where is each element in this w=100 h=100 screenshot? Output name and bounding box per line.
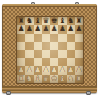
chess-piece-black-p: ♟ xyxy=(75,25,82,33)
board-square xyxy=(67,42,75,50)
chess-piece-black-p: ♟ xyxy=(51,25,58,33)
board-square: ♟ xyxy=(67,25,75,33)
chess-piece-black-p: ♟ xyxy=(42,25,49,33)
chess-board: ♜♞♝♛♚♝♞♜♟♟♟♟♟♟♟♟♟♟♟♟♟♟♟♟♜♞♝♛♚♝♞♜ xyxy=(16,16,84,84)
board-square xyxy=(67,34,75,42)
board-square xyxy=(50,42,58,50)
board-square xyxy=(58,42,66,50)
board-square: ♜ xyxy=(75,75,83,83)
board-square xyxy=(34,34,42,42)
case-top-rim xyxy=(2,4,97,7)
board-square xyxy=(17,42,25,50)
chess-piece-white-q: ♛ xyxy=(42,74,49,82)
chess-piece-white-b: ♝ xyxy=(59,74,66,82)
board-square: ♞ xyxy=(67,75,75,83)
board-square xyxy=(42,34,50,42)
chess-piece-white-n: ♞ xyxy=(26,74,33,82)
board-square: ♟ xyxy=(25,25,33,33)
board-square: ♟ xyxy=(34,25,42,33)
board-square xyxy=(34,50,42,58)
board-square xyxy=(75,42,83,50)
board-square xyxy=(58,50,66,58)
board-square xyxy=(25,42,33,50)
board-square: ♟ xyxy=(75,25,83,33)
board-square xyxy=(58,34,66,42)
board-square xyxy=(42,42,50,50)
board-square: ♝ xyxy=(34,75,42,83)
board-square xyxy=(67,50,75,58)
board-square: ♞ xyxy=(25,75,33,83)
product-photo: ♜♞♝♛♚♝♞♜♟♟♟♟♟♟♟♟♟♟♟♟♟♟♟♟♜♞♝♛♚♝♞♜ xyxy=(0,0,100,100)
board-square xyxy=(50,50,58,58)
chess-piece-white-r: ♜ xyxy=(18,74,25,82)
board-square xyxy=(17,50,25,58)
chess-piece-black-p: ♟ xyxy=(18,25,25,33)
chess-piece-black-p: ♟ xyxy=(67,25,74,33)
board-square: ♜ xyxy=(17,75,25,83)
chess-piece-white-r: ♜ xyxy=(75,74,82,82)
chess-piece-white-n: ♞ xyxy=(67,74,74,82)
board-square xyxy=(25,50,33,58)
board-square xyxy=(75,50,83,58)
clasp-icon xyxy=(6,91,11,95)
board-square: ♚ xyxy=(50,75,58,83)
chess-piece-white-k: ♚ xyxy=(51,74,58,82)
board-square xyxy=(50,34,58,42)
board-square: ♟ xyxy=(42,25,50,33)
board-square: ♛ xyxy=(42,75,50,83)
chess-piece-black-p: ♟ xyxy=(34,25,41,33)
board-square xyxy=(75,34,83,42)
board-square xyxy=(25,34,33,42)
board-square xyxy=(34,42,42,50)
case-bottom-rim xyxy=(2,86,97,93)
chess-piece-white-b: ♝ xyxy=(34,74,41,82)
clasp-icon xyxy=(86,91,91,95)
board-square: ♟ xyxy=(58,25,66,33)
chess-piece-black-p: ♟ xyxy=(59,25,66,33)
board-square xyxy=(42,50,50,58)
board-square: ♟ xyxy=(50,25,58,33)
board-square xyxy=(17,34,25,42)
board-square: ♟ xyxy=(17,25,25,33)
chess-piece-black-p: ♟ xyxy=(26,25,33,33)
board-square: ♝ xyxy=(58,75,66,83)
